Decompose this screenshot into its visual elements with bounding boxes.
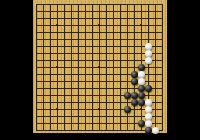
intersection-17-2[interactable] [145, 8, 152, 15]
intersection-18-10[interactable] [152, 64, 159, 71]
intersection-10-18[interactable] [96, 120, 103, 127]
intersection-7-13[interactable] [75, 85, 82, 92]
intersection-15-4[interactable] [131, 22, 138, 29]
intersection-18-15[interactable] [152, 99, 159, 106]
intersection-7-8[interactable] [75, 50, 82, 57]
black-stone-16-14[interactable] [138, 92, 145, 99]
intersection-7-14[interactable] [75, 92, 82, 99]
intersection-11-6[interactable] [103, 36, 110, 43]
intersection-9-2[interactable] [89, 8, 96, 15]
intersection-5-10[interactable] [61, 64, 68, 71]
intersection-5-6[interactable] [61, 36, 68, 43]
intersection-10-17[interactable] [96, 113, 103, 120]
intersection-16-9[interactable] [138, 57, 145, 64]
intersection-14-13[interactable] [124, 85, 131, 92]
intersection-6-15[interactable] [68, 99, 75, 106]
intersection-3-9[interactable] [47, 57, 54, 64]
intersection-6-9[interactable] [68, 57, 75, 64]
intersection-1-5[interactable] [33, 29, 40, 36]
intersection-12-7[interactable] [110, 43, 117, 50]
intersection-4-4[interactable] [54, 22, 61, 29]
intersection-2-13[interactable] [40, 85, 47, 92]
intersection-9-13[interactable] [89, 85, 96, 92]
intersection-4-17[interactable] [54, 113, 61, 120]
intersection-1-11[interactable] [33, 71, 40, 78]
intersection-6-7[interactable] [68, 43, 75, 50]
intersection-15-11[interactable] [131, 71, 138, 78]
intersection-10-8[interactable] [96, 50, 103, 57]
intersection-12-11[interactable] [110, 71, 117, 78]
intersection-12-12[interactable] [110, 78, 117, 85]
white-stone-17-8[interactable] [145, 50, 152, 57]
intersection-4-8[interactable] [54, 50, 61, 57]
intersection-13-4[interactable] [117, 22, 124, 29]
intersection-6-2[interactable] [68, 8, 75, 15]
intersection-18-8[interactable] [152, 50, 159, 57]
black-stone-14-14[interactable] [124, 92, 131, 99]
intersection-16-4[interactable] [138, 22, 145, 29]
intersection-12-6[interactable] [110, 36, 117, 43]
white-stone-16-11[interactable] [138, 71, 145, 78]
intersection-16-13[interactable] [138, 85, 145, 92]
intersection-14-15[interactable] [124, 99, 131, 106]
intersection-6-5[interactable] [68, 29, 75, 36]
intersection-6-13[interactable] [68, 85, 75, 92]
intersection-6-8[interactable] [68, 50, 75, 57]
intersection-11-4[interactable] [103, 22, 110, 29]
intersection-6-12[interactable] [68, 78, 75, 85]
intersection-4-2[interactable] [54, 8, 61, 15]
intersection-4-16[interactable] [54, 106, 61, 113]
intersection-2-1[interactable] [40, 1, 47, 8]
intersection-13-15[interactable] [117, 99, 124, 106]
intersection-2-9[interactable] [40, 57, 47, 64]
intersection-14-3[interactable] [124, 15, 131, 22]
intersection-18-1[interactable] [152, 1, 159, 8]
intersection-9-3[interactable] [89, 15, 96, 22]
intersection-15-18[interactable] [131, 120, 138, 127]
intersection-17-6[interactable] [145, 36, 152, 43]
intersection-6-19[interactable] [68, 127, 75, 134]
intersection-10-2[interactable] [96, 8, 103, 15]
intersection-5-11[interactable] [61, 71, 68, 78]
intersection-18-2[interactable] [152, 8, 159, 15]
intersection-15-19[interactable] [131, 127, 138, 134]
intersection-17-4[interactable] [145, 22, 152, 29]
intersection-4-3[interactable] [54, 15, 61, 22]
intersection-6-16[interactable] [68, 106, 75, 113]
intersection-19-10[interactable] [159, 64, 166, 71]
intersection-7-5[interactable] [75, 29, 82, 36]
intersection-3-17[interactable] [47, 113, 54, 120]
intersection-6-11[interactable] [68, 71, 75, 78]
intersection-11-1[interactable] [103, 1, 110, 8]
intersection-15-6[interactable] [131, 36, 138, 43]
intersection-18-9[interactable] [152, 57, 159, 64]
intersection-2-6[interactable] [40, 36, 47, 43]
intersection-17-1[interactable] [145, 1, 152, 8]
intersection-14-5[interactable] [124, 29, 131, 36]
intersection-1-8[interactable] [33, 50, 40, 57]
black-stone-15-12[interactable] [131, 78, 138, 85]
intersection-8-12[interactable] [82, 78, 89, 85]
intersection-1-6[interactable] [33, 36, 40, 43]
intersection-15-1[interactable] [131, 1, 138, 8]
intersection-7-11[interactable] [75, 71, 82, 78]
intersection-5-12[interactable] [61, 78, 68, 85]
intersection-9-14[interactable] [89, 92, 96, 99]
intersection-6-4[interactable] [68, 22, 75, 29]
white-stone-17-9[interactable] [145, 57, 152, 64]
intersection-1-10[interactable] [33, 64, 40, 71]
intersection-8-11[interactable] [82, 71, 89, 78]
intersection-11-5[interactable] [103, 29, 110, 36]
black-stone-15-14[interactable] [131, 92, 138, 99]
intersection-2-2[interactable] [40, 8, 47, 15]
intersection-16-10[interactable] [138, 64, 145, 71]
intersection-13-9[interactable] [117, 57, 124, 64]
intersection-19-1[interactable] [159, 1, 166, 8]
go-board[interactable] [33, 0, 167, 133]
intersection-6-17[interactable] [68, 113, 75, 120]
intersection-3-2[interactable] [47, 8, 54, 15]
intersection-13-18[interactable] [117, 120, 124, 127]
intersection-9-6[interactable] [89, 36, 96, 43]
intersection-2-5[interactable] [40, 29, 47, 36]
intersection-13-14[interactable] [117, 92, 124, 99]
intersection-9-9[interactable] [89, 57, 96, 64]
intersection-14-6[interactable] [124, 36, 131, 43]
intersection-4-1[interactable] [54, 1, 61, 8]
intersection-1-19[interactable] [33, 127, 40, 134]
intersection-18-7[interactable] [152, 43, 159, 50]
intersection-17-18[interactable] [145, 120, 152, 127]
intersection-5-7[interactable] [61, 43, 68, 50]
intersection-7-19[interactable] [75, 127, 82, 134]
intersection-13-2[interactable] [117, 8, 124, 15]
intersection-9-1[interactable] [89, 1, 96, 8]
intersection-19-9[interactable] [159, 57, 166, 64]
intersection-7-3[interactable] [75, 15, 82, 22]
intersection-15-9[interactable] [131, 57, 138, 64]
intersection-7-15[interactable] [75, 99, 82, 106]
intersection-3-8[interactable] [47, 50, 54, 57]
intersection-18-6[interactable] [152, 36, 159, 43]
intersection-17-8[interactable] [145, 50, 152, 57]
intersection-2-11[interactable] [40, 71, 47, 78]
intersection-5-13[interactable] [61, 85, 68, 92]
intersection-1-18[interactable] [33, 120, 40, 127]
intersection-17-12[interactable] [145, 78, 152, 85]
black-stone-17-13[interactable] [145, 85, 152, 92]
intersection-17-7[interactable] [145, 43, 152, 50]
intersection-16-15[interactable] [138, 99, 145, 106]
white-stone-17-17[interactable] [145, 113, 152, 120]
intersection-16-17[interactable] [138, 113, 145, 120]
intersection-18-13[interactable] [152, 85, 159, 92]
intersection-7-7[interactable] [75, 43, 82, 50]
black-stone-16-13[interactable] [138, 85, 145, 92]
intersection-19-5[interactable] [159, 29, 166, 36]
intersection-13-13[interactable] [117, 85, 124, 92]
intersection-8-4[interactable] [82, 22, 89, 29]
intersection-10-16[interactable] [96, 106, 103, 113]
intersection-12-18[interactable] [110, 120, 117, 127]
intersection-2-19[interactable] [40, 127, 47, 134]
intersection-15-7[interactable] [131, 43, 138, 50]
black-stone-16-18[interactable] [138, 120, 145, 127]
intersection-15-15[interactable] [131, 99, 138, 106]
intersection-14-10[interactable] [124, 64, 131, 71]
intersection-8-5[interactable] [82, 29, 89, 36]
intersection-18-4[interactable] [152, 22, 159, 29]
white-stone-17-15[interactable] [145, 99, 152, 106]
intersection-17-11[interactable] [145, 71, 152, 78]
intersection-3-19[interactable] [47, 127, 54, 134]
intersection-11-12[interactable] [103, 78, 110, 85]
intersection-2-17[interactable] [40, 113, 47, 120]
intersection-9-4[interactable] [89, 22, 96, 29]
intersection-6-1[interactable] [68, 1, 75, 8]
intersection-19-16[interactable] [159, 106, 166, 113]
intersection-5-2[interactable] [61, 8, 68, 15]
intersection-12-9[interactable] [110, 57, 117, 64]
intersection-19-4[interactable] [159, 22, 166, 29]
intersection-8-15[interactable] [82, 99, 89, 106]
intersection-15-17[interactable] [131, 113, 138, 120]
black-stone-15-11[interactable] [131, 71, 138, 78]
intersection-15-5[interactable] [131, 29, 138, 36]
intersection-2-4[interactable] [40, 22, 47, 29]
intersection-13-8[interactable] [117, 50, 124, 57]
intersection-18-19[interactable] [152, 127, 159, 134]
intersection-17-3[interactable] [145, 15, 152, 22]
intersection-3-5[interactable] [47, 29, 54, 36]
intersection-10-19[interactable] [96, 127, 103, 134]
intersection-18-18[interactable] [152, 120, 159, 127]
intersection-18-3[interactable] [152, 15, 159, 22]
intersection-13-3[interactable] [117, 15, 124, 22]
intersection-11-7[interactable] [103, 43, 110, 50]
intersection-12-10[interactable] [110, 64, 117, 71]
intersection-3-13[interactable] [47, 85, 54, 92]
white-stone-17-18[interactable] [145, 120, 152, 127]
intersection-17-17[interactable] [145, 113, 152, 120]
intersection-1-12[interactable] [33, 78, 40, 85]
intersection-9-8[interactable] [89, 50, 96, 57]
intersection-17-14[interactable] [145, 92, 152, 99]
intersection-11-18[interactable] [103, 120, 110, 127]
intersection-19-12[interactable] [159, 78, 166, 85]
intersection-11-16[interactable] [103, 106, 110, 113]
intersection-9-18[interactable] [89, 120, 96, 127]
intersection-7-4[interactable] [75, 22, 82, 29]
intersection-5-3[interactable] [61, 15, 68, 22]
intersection-3-3[interactable] [47, 15, 54, 22]
intersection-9-17[interactable] [89, 113, 96, 120]
intersection-18-17[interactable] [152, 113, 159, 120]
black-stone-16-15[interactable] [138, 99, 145, 106]
intersection-5-16[interactable] [61, 106, 68, 113]
intersection-5-1[interactable] [61, 1, 68, 8]
intersection-19-8[interactable] [159, 50, 166, 57]
intersection-19-18[interactable] [159, 120, 166, 127]
intersection-13-17[interactable] [117, 113, 124, 120]
intersection-11-13[interactable] [103, 85, 110, 92]
intersection-13-1[interactable] [117, 1, 124, 8]
intersection-10-7[interactable] [96, 43, 103, 50]
intersection-10-10[interactable] [96, 64, 103, 71]
intersection-2-15[interactable] [40, 99, 47, 106]
intersection-1-2[interactable] [33, 8, 40, 15]
intersection-2-14[interactable] [40, 92, 47, 99]
intersection-8-9[interactable] [82, 57, 89, 64]
intersection-2-7[interactable] [40, 43, 47, 50]
intersection-4-12[interactable] [54, 78, 61, 85]
intersection-15-2[interactable] [131, 8, 138, 15]
intersection-9-11[interactable] [89, 71, 96, 78]
intersection-4-6[interactable] [54, 36, 61, 43]
intersection-9-15[interactable] [89, 99, 96, 106]
intersection-7-17[interactable] [75, 113, 82, 120]
intersection-18-12[interactable] [152, 78, 159, 85]
intersection-19-14[interactable] [159, 92, 166, 99]
intersection-8-16[interactable] [82, 106, 89, 113]
intersection-3-10[interactable] [47, 64, 54, 71]
intersection-8-17[interactable] [82, 113, 89, 120]
intersection-18-5[interactable] [152, 29, 159, 36]
intersection-16-5[interactable] [138, 29, 145, 36]
intersection-19-13[interactable] [159, 85, 166, 92]
intersection-16-12[interactable] [138, 78, 145, 85]
intersection-14-2[interactable] [124, 8, 131, 15]
intersection-10-11[interactable] [96, 71, 103, 78]
intersection-11-19[interactable] [103, 127, 110, 134]
intersection-13-19[interactable] [117, 127, 124, 134]
intersection-13-11[interactable] [117, 71, 124, 78]
intersection-14-14[interactable] [124, 92, 131, 99]
intersection-5-9[interactable] [61, 57, 68, 64]
intersection-5-19[interactable] [61, 127, 68, 134]
intersection-2-12[interactable] [40, 78, 47, 85]
intersection-14-11[interactable] [124, 71, 131, 78]
intersection-14-19[interactable] [124, 127, 131, 134]
intersection-3-11[interactable] [47, 71, 54, 78]
intersection-9-12[interactable] [89, 78, 96, 85]
intersection-19-6[interactable] [159, 36, 166, 43]
intersection-2-10[interactable] [40, 64, 47, 71]
black-stone-14-16[interactable] [124, 106, 131, 113]
intersection-10-9[interactable] [96, 57, 103, 64]
intersection-5-17[interactable] [61, 113, 68, 120]
intersection-12-5[interactable] [110, 29, 117, 36]
intersection-4-10[interactable] [54, 64, 61, 71]
intersection-16-14[interactable] [138, 92, 145, 99]
intersection-6-10[interactable] [68, 64, 75, 71]
intersection-14-18[interactable] [124, 120, 131, 127]
intersection-15-8[interactable] [131, 50, 138, 57]
intersection-12-14[interactable] [110, 92, 117, 99]
intersection-17-13[interactable] [145, 85, 152, 92]
intersection-11-14[interactable] [103, 92, 110, 99]
intersection-16-8[interactable] [138, 50, 145, 57]
intersection-11-11[interactable] [103, 71, 110, 78]
intersection-5-18[interactable] [61, 120, 68, 127]
intersection-4-11[interactable] [54, 71, 61, 78]
intersection-6-3[interactable] [68, 15, 75, 22]
intersection-2-16[interactable] [40, 106, 47, 113]
intersection-5-4[interactable] [61, 22, 68, 29]
intersection-4-7[interactable] [54, 43, 61, 50]
intersection-18-16[interactable] [152, 106, 159, 113]
intersection-10-13[interactable] [96, 85, 103, 92]
intersection-7-18[interactable] [75, 120, 82, 127]
intersection-16-3[interactable] [138, 15, 145, 22]
intersection-8-7[interactable] [82, 43, 89, 50]
intersection-11-10[interactable] [103, 64, 110, 71]
intersection-2-8[interactable] [40, 50, 47, 57]
intersection-6-6[interactable] [68, 36, 75, 43]
intersection-3-14[interactable] [47, 92, 54, 99]
intersection-13-5[interactable] [117, 29, 124, 36]
intersection-1-13[interactable] [33, 85, 40, 92]
intersection-4-14[interactable] [54, 92, 61, 99]
intersection-19-2[interactable] [159, 8, 166, 15]
intersection-16-1[interactable] [138, 1, 145, 8]
intersection-10-15[interactable] [96, 99, 103, 106]
intersection-18-11[interactable] [152, 71, 159, 78]
intersection-19-19[interactable] [159, 127, 166, 134]
intersection-16-6[interactable] [138, 36, 145, 43]
intersection-2-3[interactable] [40, 15, 47, 22]
intersection-15-13[interactable] [131, 85, 138, 92]
intersection-3-18[interactable] [47, 120, 54, 127]
intersection-3-1[interactable] [47, 1, 54, 8]
intersection-9-19[interactable] [89, 127, 96, 134]
intersection-1-7[interactable] [33, 43, 40, 50]
intersection-17-16[interactable] [145, 106, 152, 113]
intersection-4-15[interactable] [54, 99, 61, 106]
white-stone-16-12[interactable] [138, 78, 145, 85]
intersection-1-16[interactable] [33, 106, 40, 113]
intersection-10-3[interactable] [96, 15, 103, 22]
white-stone-17-16[interactable] [145, 106, 152, 113]
intersection-17-10[interactable] [145, 64, 152, 71]
intersection-1-1[interactable] [33, 1, 40, 8]
intersection-3-15[interactable] [47, 99, 54, 106]
intersection-8-1[interactable] [82, 1, 89, 8]
intersection-12-17[interactable] [110, 113, 117, 120]
intersection-17-19[interactable] [145, 127, 152, 134]
intersection-17-15[interactable] [145, 99, 152, 106]
intersection-9-10[interactable] [89, 64, 96, 71]
intersection-10-1[interactable] [96, 1, 103, 8]
intersection-8-18[interactable] [82, 120, 89, 127]
intersection-19-3[interactable] [159, 15, 166, 22]
intersection-14-12[interactable] [124, 78, 131, 85]
intersection-7-12[interactable] [75, 78, 82, 85]
intersection-7-2[interactable] [75, 8, 82, 15]
intersection-17-5[interactable] [145, 29, 152, 36]
intersection-5-14[interactable] [61, 92, 68, 99]
intersection-4-9[interactable] [54, 57, 61, 64]
intersection-6-18[interactable] [68, 120, 75, 127]
intersection-12-16[interactable] [110, 106, 117, 113]
intersection-12-8[interactable] [110, 50, 117, 57]
intersection-15-14[interactable] [131, 92, 138, 99]
intersection-19-15[interactable] [159, 99, 166, 106]
intersection-4-13[interactable] [54, 85, 61, 92]
